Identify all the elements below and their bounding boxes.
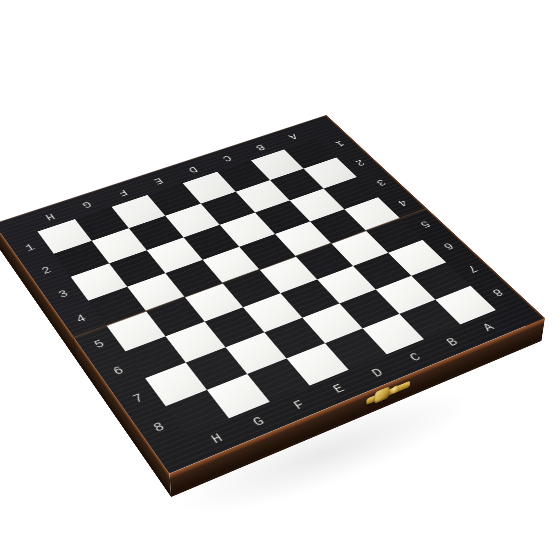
square-f8 <box>247 358 309 401</box>
square-d6 <box>281 279 340 317</box>
square-c6 <box>317 266 376 303</box>
square-d8 <box>325 328 387 369</box>
square-h5 <box>106 311 165 351</box>
clasp-hook <box>374 386 389 404</box>
square-b7 <box>376 276 436 314</box>
square-h4 <box>88 287 146 326</box>
board-playing-surface: HGFEDCBA HGFEDCBA 12345678 12345678 <box>0 115 545 474</box>
clasp-knob <box>391 384 400 394</box>
square-a8 <box>435 286 496 325</box>
square-h6 <box>125 336 185 378</box>
square-b8 <box>399 300 460 340</box>
square-c7 <box>339 289 399 328</box>
square-e8 <box>287 343 349 385</box>
square-f6 <box>205 307 265 347</box>
square-d7 <box>302 303 362 343</box>
square-e7 <box>264 318 325 359</box>
square-g6 <box>166 322 226 363</box>
square-c8 <box>363 314 424 354</box>
right-rank-label-8: 8 <box>471 275 525 310</box>
square-f7 <box>226 332 287 374</box>
file-labels-near: HGFEDCBA <box>187 310 517 460</box>
square-h7 <box>145 363 207 407</box>
square-g5 <box>146 297 205 336</box>
square-h8 <box>166 390 229 435</box>
square-g4 <box>127 273 184 311</box>
square-g7 <box>186 347 247 390</box>
chess-board: HGFEDCBA HGFEDCBA 12345678 12345678 <box>0 115 545 474</box>
square-f5 <box>185 283 243 322</box>
square-e5 <box>222 270 280 308</box>
board-perspective-wrapper: HGFEDCBA HGFEDCBA 12345678 12345678 <box>0 0 560 560</box>
square-e6 <box>243 293 302 332</box>
product-photo: HGFEDCBA HGFEDCBA 12345678 12345678 <box>0 0 560 560</box>
square-g8 <box>207 374 270 418</box>
